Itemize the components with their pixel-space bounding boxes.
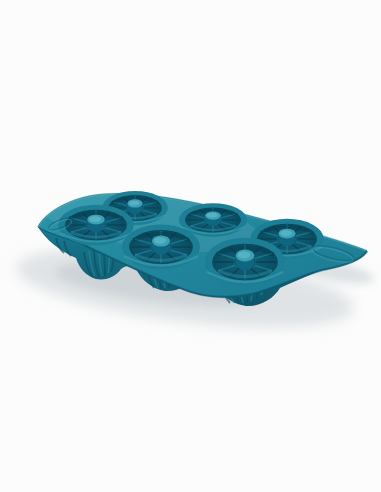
product-photo: Silicone mini bundt / kugelhopf baking m… (0, 0, 381, 492)
page-background: Silicone mini bundt / kugelhopf baking m… (0, 0, 381, 492)
mold-cavity-front-3 (205, 238, 285, 287)
mold-cavity-front-2 (122, 225, 200, 270)
mold-illustration: Silicone mini bundt / kugelhopf baking m… (0, 0, 381, 492)
